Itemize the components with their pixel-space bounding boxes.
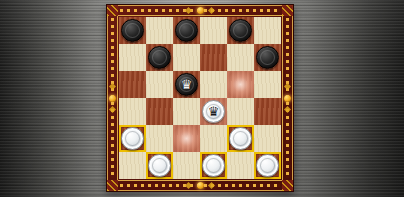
square-r0c0[interactable] [119, 17, 146, 44]
square-r4c3 [200, 125, 227, 152]
square-r4c1 [146, 125, 173, 152]
frame-diamond-icon [284, 83, 291, 90]
square-r4c5 [254, 125, 281, 152]
square-r5c0 [119, 152, 146, 179]
white-man[interactable] [121, 127, 144, 150]
square-r1c5[interactable] [254, 44, 281, 71]
square-r5c5[interactable] [254, 152, 281, 179]
frame-corner-icon [107, 180, 118, 191]
frame-ornament-dot-icon [197, 7, 204, 14]
square-r2c3 [200, 71, 227, 98]
metal-background: ♛♛ [0, 0, 404, 197]
square-r4c4[interactable] [227, 125, 254, 152]
frame-ornament-dot-icon [109, 95, 116, 102]
square-r0c1 [146, 17, 173, 44]
frame-corner-icon [282, 180, 293, 191]
black-king[interactable]: ♛ [175, 73, 198, 96]
square-r5c4 [227, 152, 254, 179]
square-r0c3 [200, 17, 227, 44]
frame-ornament-dot-icon [284, 95, 291, 102]
frame-ornament-dot-icon [197, 182, 204, 189]
square-r3c2 [173, 98, 200, 125]
frame-pattern-top [120, 9, 280, 12]
black-man[interactable] [229, 19, 252, 42]
frame-corner-icon [107, 5, 118, 16]
frame-diamond-icon [185, 7, 192, 14]
square-r5c3[interactable] [200, 152, 227, 179]
checkers-board: ♛♛ [106, 4, 294, 192]
square-r1c0 [119, 44, 146, 71]
square-r3c3[interactable]: ♛ [200, 98, 227, 125]
white-man[interactable] [148, 154, 171, 177]
black-man[interactable] [121, 19, 144, 42]
frame-pattern-left [111, 18, 114, 178]
black-man[interactable] [148, 46, 171, 69]
frame-pattern-right [286, 18, 289, 178]
square-r0c4[interactable] [227, 17, 254, 44]
square-r1c4 [227, 44, 254, 71]
square-r3c5[interactable] [254, 98, 281, 125]
white-man[interactable] [256, 154, 279, 177]
frame-diamond-icon [284, 106, 291, 113]
square-r2c4[interactable] [227, 71, 254, 98]
black-man[interactable] [175, 19, 198, 42]
square-r2c2[interactable]: ♛ [173, 71, 200, 98]
frame-pattern-bottom [120, 184, 280, 187]
square-r4c0[interactable] [119, 125, 146, 152]
square-r5c2 [173, 152, 200, 179]
frame-diamond-icon [185, 182, 192, 189]
frame-diamond-icon [109, 83, 116, 90]
frame-diamond-icon [109, 106, 116, 113]
crown-icon: ♛ [208, 105, 220, 118]
square-r2c5 [254, 71, 281, 98]
square-r0c5 [254, 17, 281, 44]
square-r4c2[interactable] [173, 125, 200, 152]
square-r3c4 [227, 98, 254, 125]
white-king[interactable]: ♛ [202, 100, 225, 123]
black-man[interactable] [256, 46, 279, 69]
square-r3c1[interactable] [146, 98, 173, 125]
square-r1c3[interactable] [200, 44, 227, 71]
square-r1c1[interactable] [146, 44, 173, 71]
white-man[interactable] [202, 154, 225, 177]
frame-diamond-icon [208, 182, 215, 189]
square-r1c2 [173, 44, 200, 71]
square-r3c0 [119, 98, 146, 125]
frame-corner-icon [282, 5, 293, 16]
frame-diamond-icon [208, 7, 215, 14]
crown-icon: ♛ [181, 78, 193, 91]
square-r0c2[interactable] [173, 17, 200, 44]
square-r2c0[interactable] [119, 71, 146, 98]
square-r5c1[interactable] [146, 152, 173, 179]
board-grid: ♛♛ [119, 17, 281, 179]
white-man[interactable] [229, 127, 252, 150]
square-r2c1 [146, 71, 173, 98]
